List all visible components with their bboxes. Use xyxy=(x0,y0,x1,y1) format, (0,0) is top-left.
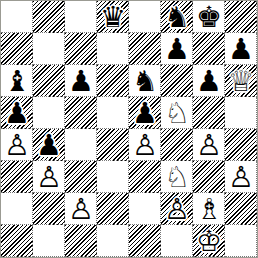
piece-black-pawn[interactable]: ♟ xyxy=(4,99,30,128)
square-c2[interactable]: ♙ xyxy=(65,193,97,225)
piece-black-bishop[interactable]: ♝ xyxy=(4,67,30,96)
square-a2[interactable] xyxy=(1,193,33,225)
square-f7[interactable]: ♟ xyxy=(161,33,193,65)
piece-white-pawn[interactable]: ♙ xyxy=(164,195,190,224)
square-b4[interactable]: ♟ xyxy=(33,129,65,161)
square-f3[interactable]: ♘ xyxy=(161,161,193,193)
square-a5[interactable]: ♟ xyxy=(1,97,33,129)
piece-white-king[interactable]: ♔ xyxy=(196,227,222,256)
piece-black-queen[interactable]: ♛ xyxy=(100,3,126,32)
square-d8[interactable]: ♛ xyxy=(97,1,129,33)
square-h2[interactable] xyxy=(225,193,257,225)
square-h5[interactable] xyxy=(225,97,257,129)
square-b5[interactable] xyxy=(33,97,65,129)
square-d6[interactable] xyxy=(97,65,129,97)
piece-white-queen[interactable]: ♕ xyxy=(228,67,254,96)
piece-black-pawn[interactable]: ♟ xyxy=(132,99,158,128)
piece-white-pawn[interactable]: ♙ xyxy=(196,131,222,160)
piece-black-pawn[interactable]: ♟ xyxy=(36,131,62,160)
square-d7[interactable] xyxy=(97,33,129,65)
square-c3[interactable] xyxy=(65,161,97,193)
square-g5[interactable] xyxy=(193,97,225,129)
square-c8[interactable] xyxy=(65,1,97,33)
square-g3[interactable] xyxy=(193,161,225,193)
square-a8[interactable] xyxy=(1,1,33,33)
piece-white-knight[interactable]: ♘ xyxy=(164,99,190,128)
square-b7[interactable] xyxy=(33,33,65,65)
square-f5[interactable]: ♘ xyxy=(161,97,193,129)
piece-white-bishop[interactable]: ♗ xyxy=(196,195,222,224)
square-d1[interactable] xyxy=(97,225,129,257)
piece-black-pawn[interactable]: ♟ xyxy=(196,67,222,96)
square-b2[interactable] xyxy=(33,193,65,225)
square-b6[interactable] xyxy=(33,65,65,97)
square-d2[interactable] xyxy=(97,193,129,225)
square-g1[interactable]: ♔ xyxy=(193,225,225,257)
square-f6[interactable] xyxy=(161,65,193,97)
square-g4[interactable]: ♙ xyxy=(193,129,225,161)
square-e6[interactable]: ♞ xyxy=(129,65,161,97)
square-d4[interactable] xyxy=(97,129,129,161)
square-g6[interactable]: ♟ xyxy=(193,65,225,97)
square-c6[interactable]: ♟ xyxy=(65,65,97,97)
square-e5[interactable]: ♟ xyxy=(129,97,161,129)
piece-white-pawn[interactable]: ♙ xyxy=(132,131,158,160)
square-g7[interactable] xyxy=(193,33,225,65)
chess-board-frame: ♛♞♚♟♟♝♟♞♟♕♟♟♘♙♟♙♙♙♘♙♙♙♗♔ xyxy=(0,0,258,258)
square-h8[interactable] xyxy=(225,1,257,33)
square-f4[interactable] xyxy=(161,129,193,161)
piece-black-pawn[interactable]: ♟ xyxy=(68,67,94,96)
piece-white-pawn[interactable]: ♙ xyxy=(4,131,30,160)
square-a1[interactable] xyxy=(1,225,33,257)
chess-board: ♛♞♚♟♟♝♟♞♟♕♟♟♘♙♟♙♙♙♘♙♙♙♗♔ xyxy=(1,1,257,257)
square-d3[interactable] xyxy=(97,161,129,193)
square-f8[interactable]: ♞ xyxy=(161,1,193,33)
square-e7[interactable] xyxy=(129,33,161,65)
square-e4[interactable]: ♙ xyxy=(129,129,161,161)
square-b1[interactable] xyxy=(33,225,65,257)
square-c4[interactable] xyxy=(65,129,97,161)
piece-black-pawn[interactable]: ♟ xyxy=(164,35,190,64)
square-e8[interactable] xyxy=(129,1,161,33)
piece-black-knight[interactable]: ♞ xyxy=(164,3,190,32)
piece-black-knight[interactable]: ♞ xyxy=(132,67,158,96)
piece-black-king[interactable]: ♚ xyxy=(196,3,222,32)
square-h3[interactable]: ♙ xyxy=(225,161,257,193)
square-e1[interactable] xyxy=(129,225,161,257)
square-a3[interactable] xyxy=(1,161,33,193)
piece-white-pawn[interactable]: ♙ xyxy=(228,163,254,192)
piece-white-pawn[interactable]: ♙ xyxy=(36,163,62,192)
square-d5[interactable] xyxy=(97,97,129,129)
square-c1[interactable] xyxy=(65,225,97,257)
square-h4[interactable] xyxy=(225,129,257,161)
square-f1[interactable] xyxy=(161,225,193,257)
square-c5[interactable] xyxy=(65,97,97,129)
square-c7[interactable] xyxy=(65,33,97,65)
square-a4[interactable]: ♙ xyxy=(1,129,33,161)
square-a7[interactable] xyxy=(1,33,33,65)
square-h7[interactable]: ♟ xyxy=(225,33,257,65)
square-g8[interactable]: ♚ xyxy=(193,1,225,33)
piece-black-pawn[interactable]: ♟ xyxy=(228,35,254,64)
square-b8[interactable] xyxy=(33,1,65,33)
square-f2[interactable]: ♙ xyxy=(161,193,193,225)
square-e2[interactable] xyxy=(129,193,161,225)
square-h6[interactable]: ♕ xyxy=(225,65,257,97)
piece-white-pawn[interactable]: ♙ xyxy=(68,195,94,224)
piece-white-knight[interactable]: ♘ xyxy=(164,163,190,192)
square-a6[interactable]: ♝ xyxy=(1,65,33,97)
square-h1[interactable] xyxy=(225,225,257,257)
square-e3[interactable] xyxy=(129,161,161,193)
square-g2[interactable]: ♗ xyxy=(193,193,225,225)
square-b3[interactable]: ♙ xyxy=(33,161,65,193)
